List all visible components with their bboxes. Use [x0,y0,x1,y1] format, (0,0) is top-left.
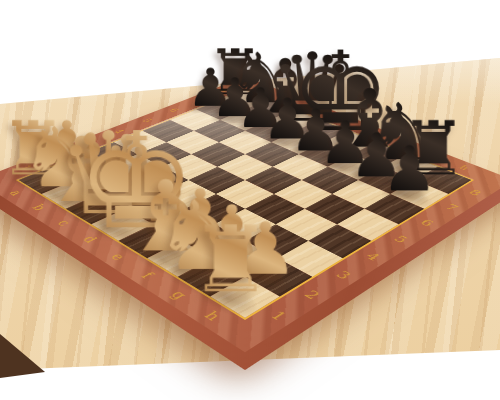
rank-label-1: 1 [267,309,289,322]
black-pawn-h7[interactable]: ♟ [382,137,438,199]
rank-label-2: 2 [301,289,322,301]
rank-label-8: 8 [466,189,483,198]
board-plane: ♜♞♝♛♚♝♞♜♟♟♟♟♟♟♟♟♟♟♟♟♟♟♟♟♜♞♝♛♚♝♞♜ aabbccd… [0,77,500,352]
file-label-h: h [201,309,223,322]
chess-board: ♜♞♝♛♚♝♞♜♟♟♟♟♟♟♟♟♟♟♟♟♟♟♟♟♜♞♝♛♚♝♞♜ aabbccd… [0,77,500,352]
file-label-f: f [138,271,156,281]
rank-label-5: 5 [391,234,410,244]
rank-label-6: 6 [417,218,435,228]
white-rook-h1[interactable]: ♜ [190,213,272,305]
rank-label-4: 4 [363,251,382,262]
file-label-g: g [168,289,190,302]
rank-label-7: 7 [443,203,461,212]
rank-label-3: 3 [333,270,353,282]
scene: ♜♞♝♛♚♝♞♜♟♟♟♟♟♟♟♟♟♟♟♟♟♟♟♟♜♞♝♛♚♝♞♜ aabbccd… [0,0,500,400]
photo-stage: ♜♞♝♛♚♝♞♜♟♟♟♟♟♟♟♟♟♟♟♟♟♟♟♟♜♞♝♛♚♝♞♜ aabbccd… [0,0,500,400]
squares-grid: ♜♞♝♛♚♝♞♜♟♟♟♟♟♟♟♟♟♟♟♟♟♟♟♟♜♞♝♛♚♝♞♜ [16,89,474,320]
